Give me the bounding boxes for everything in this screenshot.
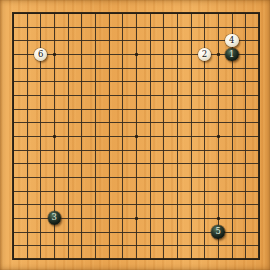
stone-black-d4[interactable]: 3 [48, 211, 62, 225]
stone-white-r17[interactable]: 4 [225, 34, 239, 48]
star-point [135, 53, 138, 56]
stone-black-r16[interactable]: 1 [225, 48, 239, 62]
star-point [53, 135, 56, 138]
star-point [135, 135, 138, 138]
move-number-label: 3 [52, 211, 57, 225]
star-point [135, 217, 138, 220]
move-number-label: 2 [202, 47, 207, 61]
star-point [53, 53, 56, 56]
go-board-grid: 123456 [7, 7, 266, 266]
stone-white-p16[interactable]: 2 [198, 48, 212, 62]
move-number-label: 5 [215, 225, 220, 239]
star-point [217, 53, 220, 56]
go-board: 123456 [0, 0, 270, 270]
move-number-label: 4 [229, 34, 234, 48]
star-point [217, 217, 220, 220]
stone-black-q3[interactable]: 5 [211, 225, 225, 239]
star-point [217, 135, 220, 138]
move-number-label: 6 [38, 47, 43, 61]
move-number-label: 1 [229, 47, 234, 61]
stone-white-c16[interactable]: 6 [34, 48, 48, 62]
